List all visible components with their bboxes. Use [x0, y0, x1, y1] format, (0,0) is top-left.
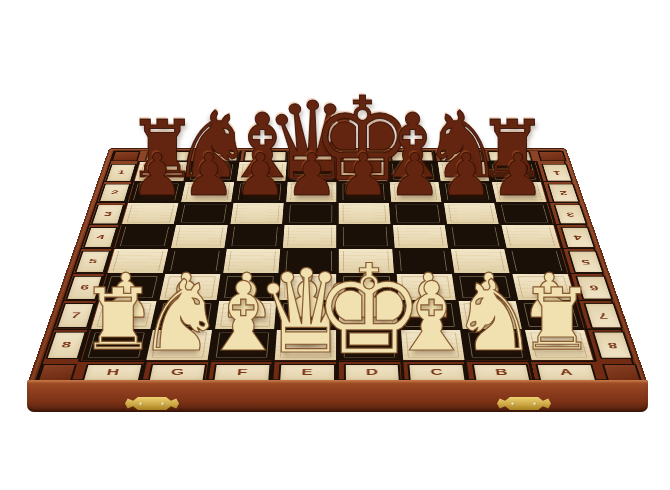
piece-dark-pawn-h2[interactable]: ♟ [131, 146, 183, 204]
square-inset [452, 227, 500, 246]
square-inset [120, 227, 169, 246]
piece-dark-pawn-e2[interactable]: ♟ [286, 146, 338, 204]
brass-hinge-left-icon [125, 397, 179, 410]
rank-label-left-4: 4 [83, 227, 118, 248]
piece-dark-pawn-f2[interactable]: ♟ [234, 146, 286, 204]
piece-light-rook-a8[interactable]: ♜ [519, 278, 595, 363]
square-inset [231, 227, 277, 246]
piece-dark-pawn-g2[interactable]: ♟ [182, 146, 234, 204]
rank-label-right-8: 8 [592, 332, 633, 359]
square-b4[interactable] [447, 225, 504, 248]
rank-label-right-2: 2 [547, 184, 580, 202]
rank-label-right-4: 4 [560, 227, 595, 248]
square-g4[interactable] [171, 225, 228, 248]
piece-dark-pawn-b2[interactable]: ♟ [440, 146, 492, 204]
square-inset [176, 227, 224, 246]
piece-dark-pawn-a2[interactable]: ♟ [492, 146, 544, 204]
brass-hinge-right-icon [497, 397, 551, 410]
rank-label-right-3: 3 [554, 205, 588, 224]
square-h4[interactable] [115, 225, 173, 248]
frame-corner [37, 364, 77, 382]
rank-label-left-3: 3 [91, 205, 125, 224]
square-a4[interactable] [502, 225, 560, 248]
piece-dark-pawn-c2[interactable]: ♟ [389, 146, 441, 204]
chess-set-photo: HHGGFFEEDDCCBBAA1122334455667788 ♜♞♝♛♚♝♞… [0, 0, 670, 490]
square-inset [506, 227, 555, 246]
piece-dark-pawn-d2[interactable]: ♟ [337, 146, 389, 204]
frame-corner [602, 364, 642, 382]
board-front-edge [27, 380, 648, 412]
